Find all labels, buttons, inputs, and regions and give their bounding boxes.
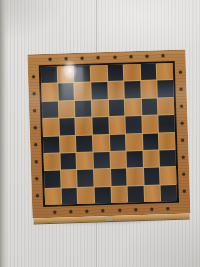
frame-dot	[183, 190, 186, 193]
frame-dot	[85, 210, 88, 213]
frame-dot	[167, 207, 170, 210]
square-r6c2[interactable]	[60, 153, 76, 170]
square-r2c2[interactable]	[58, 83, 74, 100]
board-frame	[27, 50, 190, 219]
square-r3c5[interactable]	[108, 99, 124, 116]
frame-dot	[129, 55, 132, 58]
frame-dot	[179, 71, 182, 74]
frame-dot	[180, 105, 183, 108]
square-r4c4[interactable]	[92, 117, 108, 134]
square-r8c6[interactable]	[128, 186, 144, 203]
square-r1c5[interactable]	[107, 65, 123, 82]
frame-dot	[53, 211, 56, 214]
square-r2c1[interactable]	[41, 84, 57, 101]
square-r2c3[interactable]	[75, 83, 91, 100]
square-r4c6[interactable]	[125, 116, 141, 133]
square-r3c3[interactable]	[75, 100, 91, 117]
square-r2c5[interactable]	[108, 82, 124, 99]
square-r7c4[interactable]	[94, 169, 110, 186]
square-r1c2[interactable]	[57, 66, 73, 83]
square-r3c7[interactable]	[142, 98, 158, 115]
square-r1c1[interactable]	[41, 67, 57, 84]
square-r2c6[interactable]	[124, 81, 140, 98]
frame-dot	[113, 56, 116, 59]
square-r2c8[interactable]	[158, 80, 174, 97]
frame-dot	[179, 88, 182, 91]
square-r5c6[interactable]	[126, 133, 142, 150]
square-r4c2[interactable]	[59, 118, 75, 135]
frame-dot	[48, 58, 51, 61]
square-r5c4[interactable]	[93, 135, 109, 152]
square-r1c7[interactable]	[140, 63, 156, 80]
square-r7c7[interactable]	[144, 168, 160, 185]
frame-dot	[97, 56, 100, 59]
square-r5c2[interactable]	[60, 136, 76, 153]
square-r3c2[interactable]	[58, 101, 74, 118]
square-r5c7[interactable]	[143, 133, 159, 150]
frame-dot	[33, 109, 36, 112]
square-r1c8[interactable]	[157, 63, 173, 80]
frame-dot	[181, 139, 184, 142]
frame-dot	[36, 194, 39, 197]
frame-dot	[33, 92, 36, 95]
square-r5c1[interactable]	[43, 136, 59, 153]
chess-board-box	[27, 50, 190, 225]
square-r4c7[interactable]	[142, 116, 158, 133]
square-r6c1[interactable]	[43, 153, 59, 170]
frame-dot	[162, 54, 165, 57]
square-r5c8[interactable]	[159, 132, 175, 149]
square-r8c3[interactable]	[78, 187, 94, 204]
square-r7c1[interactable]	[44, 171, 60, 188]
square-r5c5[interactable]	[109, 134, 125, 151]
square-r1c4[interactable]	[91, 65, 107, 82]
square-r6c3[interactable]	[77, 152, 93, 169]
frame-dot	[34, 126, 37, 129]
frame-dot	[182, 173, 185, 176]
square-r7c8[interactable]	[160, 167, 176, 184]
square-r7c6[interactable]	[127, 168, 143, 185]
square-r3c8[interactable]	[158, 98, 174, 115]
floor-left-edge-shadow	[0, 0, 7, 267]
square-r8c2[interactable]	[61, 188, 77, 205]
square-r3c6[interactable]	[125, 99, 141, 116]
frame-dot	[35, 177, 38, 180]
square-r8c8[interactable]	[161, 185, 177, 202]
square-r3c1[interactable]	[42, 101, 58, 118]
frame-dot	[35, 160, 38, 163]
square-r8c1[interactable]	[45, 188, 61, 205]
square-r8c5[interactable]	[111, 186, 127, 203]
square-r3c4[interactable]	[92, 100, 108, 117]
frame-dot	[34, 143, 37, 146]
square-r7c2[interactable]	[61, 170, 77, 187]
frame-dot	[69, 210, 72, 213]
square-r4c8[interactable]	[159, 115, 175, 132]
frame-dot	[182, 156, 185, 159]
frame-dot	[118, 209, 121, 212]
square-r4c3[interactable]	[76, 118, 92, 135]
square-r6c4[interactable]	[93, 152, 109, 169]
square-r2c7[interactable]	[141, 81, 157, 98]
square-r2c4[interactable]	[91, 82, 107, 99]
square-r1c6[interactable]	[124, 64, 140, 81]
frame-dot	[181, 122, 184, 125]
square-r4c1[interactable]	[42, 119, 58, 136]
square-r7c5[interactable]	[111, 169, 127, 186]
square-r4c5[interactable]	[109, 117, 125, 134]
frame-dot	[146, 55, 149, 58]
square-r8c7[interactable]	[144, 185, 160, 202]
box-latch	[105, 217, 114, 221]
square-r6c7[interactable]	[143, 150, 159, 167]
square-r6c6[interactable]	[127, 151, 143, 168]
frame-dot	[81, 57, 84, 60]
frame-dot	[150, 208, 153, 211]
square-r6c5[interactable]	[110, 151, 126, 168]
square-r6c8[interactable]	[160, 150, 176, 167]
square-r5c3[interactable]	[76, 135, 92, 152]
square-r7c3[interactable]	[77, 170, 93, 187]
frame-dot	[102, 209, 105, 212]
square-r8c4[interactable]	[94, 187, 110, 204]
square-r1c3[interactable]	[74, 66, 90, 83]
frame-dots-right	[177, 64, 188, 200]
board-grid	[39, 61, 179, 207]
frame-dot	[134, 208, 137, 211]
frame-dot	[64, 57, 67, 60]
frame-dot	[32, 75, 35, 78]
